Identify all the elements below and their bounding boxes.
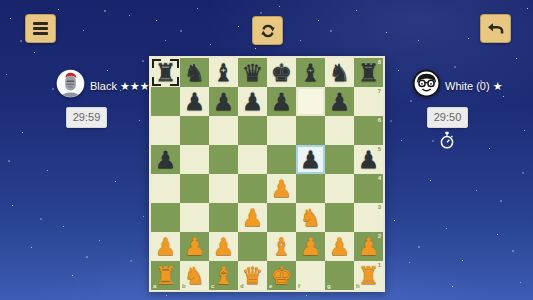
- square-g7[interactable]: ♟: [325, 87, 354, 116]
- rank-label-5: 5: [378, 146, 381, 152]
- square-c1[interactable]: ♝c: [209, 261, 238, 290]
- square-f2[interactable]: ♟: [296, 232, 325, 261]
- square-f1[interactable]: f: [296, 261, 325, 290]
- square-a5[interactable]: ♟: [151, 145, 180, 174]
- square-a3[interactable]: [151, 203, 180, 232]
- white-knight-f3[interactable]: ♞: [300, 206, 322, 230]
- square-g4[interactable]: [325, 174, 354, 203]
- black-pawn-b7[interactable]: ♟: [184, 90, 206, 114]
- white-pawn-d3[interactable]: ♟: [242, 206, 264, 230]
- black-pawn-f5[interactable]: ♟: [300, 148, 322, 172]
- square-e6[interactable]: [267, 116, 296, 145]
- square-h1[interactable]: ♜1h: [354, 261, 383, 290]
- square-f8[interactable]: ♝: [296, 58, 325, 87]
- square-h7[interactable]: 7: [354, 87, 383, 116]
- white-pawn-h2[interactable]: ♟: [358, 235, 380, 259]
- file-label-a: a: [153, 283, 156, 289]
- square-h5[interactable]: ♟5: [354, 145, 383, 174]
- square-a2[interactable]: ♟: [151, 232, 180, 261]
- square-h4[interactable]: 4: [354, 174, 383, 203]
- square-f4[interactable]: [296, 174, 325, 203]
- file-label-f: f: [298, 283, 300, 289]
- square-f3[interactable]: ♞: [296, 203, 325, 232]
- square-g8[interactable]: ♞: [325, 58, 354, 87]
- square-e4[interactable]: ♟: [267, 174, 296, 203]
- rank-label-3: 3: [378, 204, 381, 210]
- square-b8[interactable]: ♞: [180, 58, 209, 87]
- rank-label-1: 1: [378, 262, 381, 268]
- white-pawn-b2[interactable]: ♟: [184, 235, 206, 259]
- rank-label-6: 6: [378, 117, 381, 123]
- square-b1[interactable]: ♞b: [180, 261, 209, 290]
- rank-label-4: 4: [378, 175, 381, 181]
- white-player-name: White (0) ★: [445, 80, 503, 93]
- square-g1[interactable]: g: [325, 261, 354, 290]
- square-c8[interactable]: ♝: [209, 58, 238, 87]
- black-knight-b8[interactable]: ♞: [184, 61, 206, 85]
- file-label-b: b: [182, 283, 186, 289]
- stopwatch-icon: [439, 131, 455, 150]
- square-c2[interactable]: ♟: [209, 232, 238, 261]
- square-d2[interactable]: [238, 232, 267, 261]
- white-king-e1[interactable]: ♚: [271, 264, 293, 288]
- black-knight-g8[interactable]: ♞: [329, 61, 351, 85]
- square-e2[interactable]: ♝: [267, 232, 296, 261]
- square-d6[interactable]: [238, 116, 267, 145]
- selection-corner-br: [170, 77, 179, 86]
- square-a6[interactable]: [151, 116, 180, 145]
- square-b7[interactable]: ♟: [180, 87, 209, 116]
- square-c4[interactable]: [209, 174, 238, 203]
- white-pawn-c2[interactable]: ♟: [213, 235, 235, 259]
- rank-label-7: 7: [378, 88, 381, 94]
- knight-helmet-icon: [56, 69, 85, 98]
- rank-label-2: 2: [378, 233, 381, 239]
- square-d1[interactable]: ♛d: [238, 261, 267, 290]
- square-h3[interactable]: 3: [354, 203, 383, 232]
- white-pawn-e4[interactable]: ♟: [271, 177, 293, 201]
- black-pawn-e7[interactable]: ♟: [271, 90, 293, 114]
- square-b4[interactable]: [180, 174, 209, 203]
- black-pawn-h5[interactable]: ♟: [358, 148, 380, 172]
- square-d7[interactable]: ♟: [238, 87, 267, 116]
- rank-label-8: 8: [378, 59, 381, 65]
- white-pawn-f2[interactable]: ♟: [300, 235, 322, 259]
- app-window: Black ★★★ 29:59 White (0) ★ 29:50 ♜♞♝♛♚♝…: [0, 0, 533, 300]
- file-label-d: d: [240, 283, 244, 289]
- selection-corner-tl: [152, 59, 161, 68]
- square-g3[interactable]: [325, 203, 354, 232]
- white-bishop-c1[interactable]: ♝: [213, 264, 235, 288]
- white-clock: 29:50: [427, 107, 468, 128]
- square-h2[interactable]: ♟2: [354, 232, 383, 261]
- square-e3[interactable]: [267, 203, 296, 232]
- menu-button[interactable]: [25, 14, 56, 43]
- square-b5[interactable]: [180, 145, 209, 174]
- square-c5[interactable]: [209, 145, 238, 174]
- black-player-avatar[interactable]: [56, 69, 85, 98]
- white-bishop-e2[interactable]: ♝: [271, 235, 293, 259]
- black-rook-h8[interactable]: ♜: [358, 61, 380, 85]
- square-b3[interactable]: [180, 203, 209, 232]
- square-a4[interactable]: [151, 174, 180, 203]
- square-g6[interactable]: [325, 116, 354, 145]
- square-a8[interactable]: ♜: [151, 58, 180, 87]
- square-e8[interactable]: ♚: [267, 58, 296, 87]
- square-h6[interactable]: 6: [354, 116, 383, 145]
- undo-arrow-icon: [487, 20, 505, 38]
- black-pawn-a5[interactable]: ♟: [155, 148, 177, 172]
- black-queen-d8[interactable]: ♛: [242, 61, 264, 85]
- square-c7[interactable]: ♟: [209, 87, 238, 116]
- square-d4[interactable]: [238, 174, 267, 203]
- square-a7[interactable]: [151, 87, 180, 116]
- refresh-icon: [259, 22, 277, 40]
- black-bishop-f8[interactable]: ♝: [300, 61, 322, 85]
- file-label-g: g: [327, 283, 331, 289]
- white-knight-b1[interactable]: ♞: [184, 264, 206, 288]
- hamburger-icon: [33, 22, 48, 35]
- selection-corner-bl: [152, 77, 161, 86]
- glasses-face-icon: [412, 69, 441, 98]
- square-d5[interactable]: [238, 145, 267, 174]
- square-a1[interactable]: ♜a: [151, 261, 180, 290]
- square-e7[interactable]: ♟: [267, 87, 296, 116]
- square-g5[interactable]: [325, 145, 354, 174]
- starfield-dim: [0, 0, 2, 2]
- selection-corner-tr: [170, 59, 179, 68]
- black-player-name: Black ★★★: [90, 80, 150, 93]
- black-pawn-g7[interactable]: ♟: [329, 90, 351, 114]
- square-f6[interactable]: [296, 116, 325, 145]
- file-label-e: e: [269, 283, 272, 289]
- square-e5[interactable]: [267, 145, 296, 174]
- black-pawn-d7[interactable]: ♟: [242, 90, 264, 114]
- square-f7[interactable]: [296, 87, 325, 116]
- white-queen-d1[interactable]: ♛: [242, 264, 264, 288]
- black-king-e8[interactable]: ♚: [271, 61, 293, 85]
- square-f5[interactable]: ♟: [296, 145, 325, 174]
- refresh-button[interactable]: [252, 16, 283, 45]
- square-b2[interactable]: ♟: [180, 232, 209, 261]
- black-clock: 29:59: [66, 107, 107, 128]
- square-g2[interactable]: ♟: [325, 232, 354, 261]
- file-label-c: c: [211, 283, 214, 289]
- square-e1[interactable]: ♚e: [267, 261, 296, 290]
- square-d8[interactable]: ♛: [238, 58, 267, 87]
- undo-button[interactable]: [480, 14, 511, 43]
- white-rook-a1[interactable]: ♜: [155, 264, 177, 288]
- square-d3[interactable]: ♟: [238, 203, 267, 232]
- white-pawn-a2[interactable]: ♟: [155, 235, 177, 259]
- chess-board: ♜♞♝♛♚♝♞♜8♟♟♟♟♟76♟♟♟5♟4♟♞3♟♟♟♝♟♟♟2♜a♞b♝c♛…: [149, 56, 385, 292]
- white-pawn-g2[interactable]: ♟: [329, 235, 351, 259]
- square-c3[interactable]: [209, 203, 238, 232]
- white-rook-h1[interactable]: ♜: [358, 264, 380, 288]
- black-pawn-c7[interactable]: ♟: [213, 90, 235, 114]
- square-b6[interactable]: [180, 116, 209, 145]
- black-bishop-c8[interactable]: ♝: [213, 61, 235, 85]
- file-label-h: h: [356, 283, 360, 289]
- white-player-avatar[interactable]: [412, 69, 441, 98]
- square-c6[interactable]: [209, 116, 238, 145]
- square-h8[interactable]: ♜8: [354, 58, 383, 87]
